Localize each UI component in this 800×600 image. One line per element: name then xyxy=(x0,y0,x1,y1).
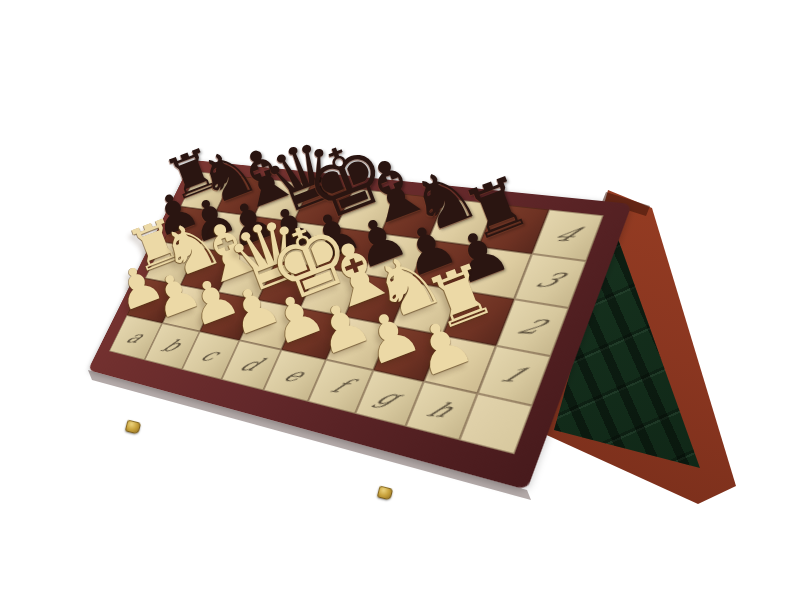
brass-clasp-right xyxy=(377,485,393,500)
brass-clasp-left xyxy=(125,419,141,434)
photo-stage: abcdefgh 4321 ♜♞♝♛♚♝♞♜♟♟♟♟♟♟♟♟♜♞♝♛♚♝♞♜♟♟… xyxy=(0,0,800,600)
